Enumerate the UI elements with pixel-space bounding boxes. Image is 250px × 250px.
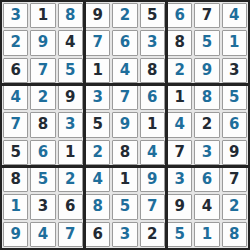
sudoku-cell-r1c2[interactable]: 1 <box>30 3 55 28</box>
sudoku-cell-r4c3[interactable]: 9 <box>58 85 83 110</box>
sudoku-cell-r1c9[interactable]: 4 <box>222 3 247 28</box>
sudoku-cell-r1c3[interactable]: 8 <box>58 3 83 28</box>
sudoku-cell-r6c9[interactable]: 9 <box>222 140 247 165</box>
sudoku-cell-r5c5[interactable]: 9 <box>112 112 137 137</box>
sudoku-cell-r4c2[interactable]: 2 <box>30 85 55 110</box>
sudoku-cell-r2c1[interactable]: 2 <box>3 30 28 55</box>
sudoku-cell-r5c8[interactable]: 2 <box>194 112 219 137</box>
sudoku-cell-r3c1[interactable]: 6 <box>3 58 28 83</box>
sudoku-cell-r4c7[interactable]: 1 <box>167 85 192 110</box>
sudoku-cell-r5c6[interactable]: 1 <box>140 112 165 137</box>
sudoku-cell-r6c2[interactable]: 6 <box>30 140 55 165</box>
sudoku-cell-r8c3[interactable]: 6 <box>58 194 83 219</box>
sudoku-cell-r8c7[interactable]: 9 <box>167 194 192 219</box>
sudoku-cell-r7c5[interactable]: 1 <box>112 167 137 192</box>
sudoku-cell-r9c5[interactable]: 3 <box>112 222 137 247</box>
sudoku-grid: 3189256742947638516751482934293761857835… <box>0 0 250 250</box>
sudoku-cell-r8c2[interactable]: 3 <box>30 194 55 219</box>
sudoku-cell-r4c1[interactable]: 4 <box>3 85 28 110</box>
sudoku-cell-r1c5[interactable]: 2 <box>112 3 137 28</box>
sudoku-cell-r3c3[interactable]: 5 <box>58 58 83 83</box>
sudoku-cell-r4c6[interactable]: 6 <box>140 85 165 110</box>
sudoku-cell-r1c7[interactable]: 6 <box>167 3 192 28</box>
sudoku-cell-r9c2[interactable]: 4 <box>30 222 55 247</box>
sudoku-cell-r8c1[interactable]: 1 <box>3 194 28 219</box>
sudoku-cell-r3c2[interactable]: 7 <box>30 58 55 83</box>
sudoku-cell-r5c3[interactable]: 3 <box>58 112 83 137</box>
sudoku-cell-r3c5[interactable]: 4 <box>112 58 137 83</box>
sudoku-cell-r2c2[interactable]: 9 <box>30 30 55 55</box>
sudoku-cell-r7c9[interactable]: 7 <box>222 167 247 192</box>
sudoku-cell-r9c4[interactable]: 6 <box>85 222 110 247</box>
sudoku-cell-r8c6[interactable]: 7 <box>140 194 165 219</box>
sudoku-cell-r1c4[interactable]: 9 <box>85 3 110 28</box>
sudoku-cell-r9c7[interactable]: 5 <box>167 222 192 247</box>
sudoku-cell-r6c5[interactable]: 8 <box>112 140 137 165</box>
sudoku-cell-r6c4[interactable]: 2 <box>85 140 110 165</box>
sudoku-cell-r9c8[interactable]: 1 <box>194 222 219 247</box>
sudoku-cell-r8c4[interactable]: 8 <box>85 194 110 219</box>
sudoku-cell-r6c1[interactable]: 5 <box>3 140 28 165</box>
sudoku-cell-r2c3[interactable]: 4 <box>58 30 83 55</box>
sudoku-cell-r2c9[interactable]: 1 <box>222 30 247 55</box>
sudoku-cell-r2c8[interactable]: 5 <box>194 30 219 55</box>
sudoku-cell-r8c8[interactable]: 4 <box>194 194 219 219</box>
sudoku-cell-r3c9[interactable]: 3 <box>222 58 247 83</box>
sudoku-cell-r9c3[interactable]: 7 <box>58 222 83 247</box>
sudoku-cell-r3c8[interactable]: 9 <box>194 58 219 83</box>
sudoku-cell-r7c3[interactable]: 2 <box>58 167 83 192</box>
sudoku-cell-r9c6[interactable]: 2 <box>140 222 165 247</box>
sudoku-cell-r3c7[interactable]: 2 <box>167 58 192 83</box>
sudoku-cell-r6c8[interactable]: 3 <box>194 140 219 165</box>
sudoku-cell-r2c5[interactable]: 6 <box>112 30 137 55</box>
sudoku-cell-r5c9[interactable]: 6 <box>222 112 247 137</box>
sudoku-cell-r4c4[interactable]: 3 <box>85 85 110 110</box>
sudoku-cell-r2c4[interactable]: 7 <box>85 30 110 55</box>
sudoku-cell-r7c6[interactable]: 9 <box>140 167 165 192</box>
sudoku-cell-r2c6[interactable]: 3 <box>140 30 165 55</box>
sudoku-cell-r7c4[interactable]: 4 <box>85 167 110 192</box>
sudoku-cell-r9c9[interactable]: 8 <box>222 222 247 247</box>
sudoku-cell-r7c1[interactable]: 8 <box>3 167 28 192</box>
sudoku-cell-r7c7[interactable]: 3 <box>167 167 192 192</box>
sudoku-cell-r4c9[interactable]: 5 <box>222 85 247 110</box>
sudoku-cell-r7c2[interactable]: 5 <box>30 167 55 192</box>
sudoku-cell-r5c7[interactable]: 4 <box>167 112 192 137</box>
sudoku-cell-r4c8[interactable]: 8 <box>194 85 219 110</box>
sudoku-cell-r5c4[interactable]: 5 <box>85 112 110 137</box>
sudoku-cell-r8c5[interactable]: 5 <box>112 194 137 219</box>
sudoku-cell-r3c6[interactable]: 8 <box>140 58 165 83</box>
sudoku-cell-r1c6[interactable]: 5 <box>140 3 165 28</box>
sudoku-cell-r6c7[interactable]: 7 <box>167 140 192 165</box>
sudoku-cell-r6c3[interactable]: 1 <box>58 140 83 165</box>
sudoku-cell-r9c1[interactable]: 9 <box>3 222 28 247</box>
sudoku-cell-r5c1[interactable]: 7 <box>3 112 28 137</box>
sudoku-cell-r4c5[interactable]: 7 <box>112 85 137 110</box>
sudoku-cell-r2c7[interactable]: 8 <box>167 30 192 55</box>
sudoku-cell-r5c2[interactable]: 8 <box>30 112 55 137</box>
sudoku-cell-r6c6[interactable]: 4 <box>140 140 165 165</box>
sudoku-cell-r1c1[interactable]: 3 <box>3 3 28 28</box>
sudoku-cell-r3c4[interactable]: 1 <box>85 58 110 83</box>
sudoku-cell-r1c8[interactable]: 7 <box>194 3 219 28</box>
sudoku-cell-r7c8[interactable]: 6 <box>194 167 219 192</box>
sudoku-cell-r8c9[interactable]: 2 <box>222 194 247 219</box>
